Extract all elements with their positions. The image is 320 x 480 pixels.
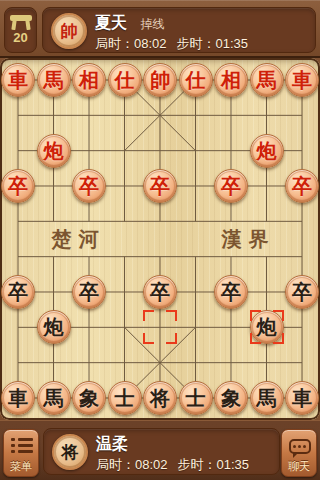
piece-char: 炮 bbox=[257, 141, 277, 161]
piece-char: 卒 bbox=[292, 282, 312, 302]
self-name: 温柔 bbox=[96, 435, 128, 452]
piece-char: 相 bbox=[79, 70, 99, 90]
self-move-time-label: 步时： bbox=[178, 457, 217, 472]
piece-red-車[interactable]: 車 bbox=[1, 63, 35, 97]
piece-char: 卒 bbox=[79, 282, 99, 302]
piece-char: 馬 bbox=[257, 70, 277, 90]
piece-char: 車 bbox=[8, 388, 28, 408]
piece-black-炮[interactable]: 炮 bbox=[250, 310, 284, 344]
menu-list-icon bbox=[11, 438, 33, 457]
self-avatar: 将 bbox=[52, 434, 88, 470]
piece-red-相[interactable]: 相 bbox=[72, 63, 106, 97]
piece-char: 卒 bbox=[221, 282, 241, 302]
top-bar: 20 帥 夏天 掉线 局时：08:02步时：01:35 bbox=[0, 0, 320, 58]
piece-red-卒[interactable]: 卒 bbox=[285, 169, 319, 203]
piece-black-卒[interactable]: 卒 bbox=[214, 275, 248, 309]
piece-black-卒[interactable]: 卒 bbox=[72, 275, 106, 309]
piece-red-炮[interactable]: 炮 bbox=[250, 134, 284, 168]
piece-black-士[interactable]: 士 bbox=[108, 381, 142, 415]
piece-char: 車 bbox=[8, 70, 28, 90]
piece-char: 卒 bbox=[8, 176, 28, 196]
piece-char: 仕 bbox=[115, 70, 135, 90]
piece-red-車[interactable]: 車 bbox=[285, 63, 319, 97]
piece-char: 馬 bbox=[44, 70, 64, 90]
menu-button[interactable]: 菜单 bbox=[3, 429, 39, 477]
piece-char: 相 bbox=[221, 70, 241, 90]
opponent-avatar: 帥 bbox=[51, 13, 87, 49]
piece-char: 帥 bbox=[150, 70, 170, 90]
piece-red-相[interactable]: 相 bbox=[214, 63, 248, 97]
opponent-move-time-label: 步时： bbox=[177, 36, 216, 51]
piece-char: 象 bbox=[221, 388, 241, 408]
piece-black-炮[interactable]: 炮 bbox=[37, 310, 71, 344]
self-timers: 局时：08:02步时：01:35 bbox=[96, 456, 249, 474]
piece-char: 象 bbox=[79, 388, 99, 408]
piece-red-馬[interactable]: 馬 bbox=[37, 63, 71, 97]
piece-red-卒[interactable]: 卒 bbox=[1, 169, 35, 203]
opponent-game-time-label: 局时： bbox=[95, 36, 134, 51]
piece-char: 卒 bbox=[150, 176, 170, 196]
xiangqi-board[interactable]: 楚河 漢界 車馬相仕帥仕相馬車炮炮卒卒卒卒卒卒卒卒卒卒炮炮車馬象士将士象馬車 bbox=[0, 58, 320, 420]
piece-red-馬[interactable]: 馬 bbox=[250, 63, 284, 97]
piece-char: 卒 bbox=[221, 176, 241, 196]
opponent-timers: 局时：08:02步时：01:35 bbox=[95, 35, 248, 53]
piece-char: 卒 bbox=[79, 176, 99, 196]
piece-black-馬[interactable]: 馬 bbox=[37, 381, 71, 415]
piece-char: 士 bbox=[115, 388, 135, 408]
self-game-time-label: 局时： bbox=[96, 457, 135, 472]
piece-char: 仕 bbox=[186, 70, 206, 90]
piece-char: 車 bbox=[292, 70, 312, 90]
opponent-panel: 帥 夏天 掉线 局时：08:02步时：01:35 bbox=[42, 7, 316, 53]
piece-black-卒[interactable]: 卒 bbox=[143, 275, 177, 309]
piece-char: 炮 bbox=[44, 317, 64, 337]
self-game-time: 08:02 bbox=[135, 457, 168, 472]
piece-char: 卒 bbox=[292, 176, 312, 196]
piece-black-将[interactable]: 将 bbox=[143, 381, 177, 415]
opponent-status: 掉线 bbox=[140, 17, 164, 31]
black-general-avatar-icon: 将 bbox=[62, 444, 79, 461]
piece-red-卒[interactable]: 卒 bbox=[214, 169, 248, 203]
piece-char: 卒 bbox=[8, 282, 28, 302]
piece-char: 士 bbox=[186, 388, 206, 408]
piece-red-卒[interactable]: 卒 bbox=[143, 169, 177, 203]
board-grid bbox=[0, 58, 320, 420]
opponent-name: 夏天 bbox=[95, 14, 127, 31]
self-move-time: 01:35 bbox=[217, 457, 250, 472]
table-icon bbox=[10, 15, 32, 30]
piece-char: 車 bbox=[292, 388, 312, 408]
table-info-panel: 20 bbox=[4, 7, 37, 53]
piece-char: 卒 bbox=[150, 282, 170, 302]
opponent-move-time: 01:35 bbox=[216, 36, 249, 51]
piece-black-象[interactable]: 象 bbox=[72, 381, 106, 415]
piece-char: 炮 bbox=[44, 141, 64, 161]
menu-button-label: 菜单 bbox=[4, 459, 38, 474]
piece-red-帥[interactable]: 帥 bbox=[143, 63, 177, 97]
piece-black-象[interactable]: 象 bbox=[214, 381, 248, 415]
chat-button-label: 聊天 bbox=[282, 459, 316, 474]
piece-red-仕[interactable]: 仕 bbox=[108, 63, 142, 97]
red-general-avatar-icon: 帥 bbox=[61, 23, 78, 40]
piece-black-馬[interactable]: 馬 bbox=[250, 381, 284, 415]
piece-black-士[interactable]: 士 bbox=[179, 381, 213, 415]
piece-char: 馬 bbox=[44, 388, 64, 408]
bottom-bar: 菜单 将 温柔 局时：08:02步时：01:35 聊天 bbox=[0, 420, 320, 480]
piece-black-卒[interactable]: 卒 bbox=[1, 275, 35, 309]
piece-char: 馬 bbox=[257, 388, 277, 408]
piece-black-車[interactable]: 車 bbox=[1, 381, 35, 415]
xiangqi-game-screen: 20 帥 夏天 掉线 局时：08:02步时：01:35 楚河 漢界 車馬相仕帥仕… bbox=[0, 0, 320, 480]
table-number: 20 bbox=[5, 31, 36, 45]
piece-black-卒[interactable]: 卒 bbox=[285, 275, 319, 309]
piece-char: 将 bbox=[150, 388, 170, 408]
chat-bubble-icon bbox=[289, 439, 311, 454]
self-player-panel: 将 温柔 局时：08:02步时：01:35 bbox=[43, 428, 280, 475]
piece-red-卒[interactable]: 卒 bbox=[72, 169, 106, 203]
piece-red-炮[interactable]: 炮 bbox=[37, 134, 71, 168]
piece-char: 炮 bbox=[257, 317, 277, 337]
piece-black-車[interactable]: 車 bbox=[285, 381, 319, 415]
piece-red-仕[interactable]: 仕 bbox=[179, 63, 213, 97]
opponent-game-time: 08:02 bbox=[134, 36, 167, 51]
chat-button[interactable]: 聊天 bbox=[281, 429, 317, 477]
